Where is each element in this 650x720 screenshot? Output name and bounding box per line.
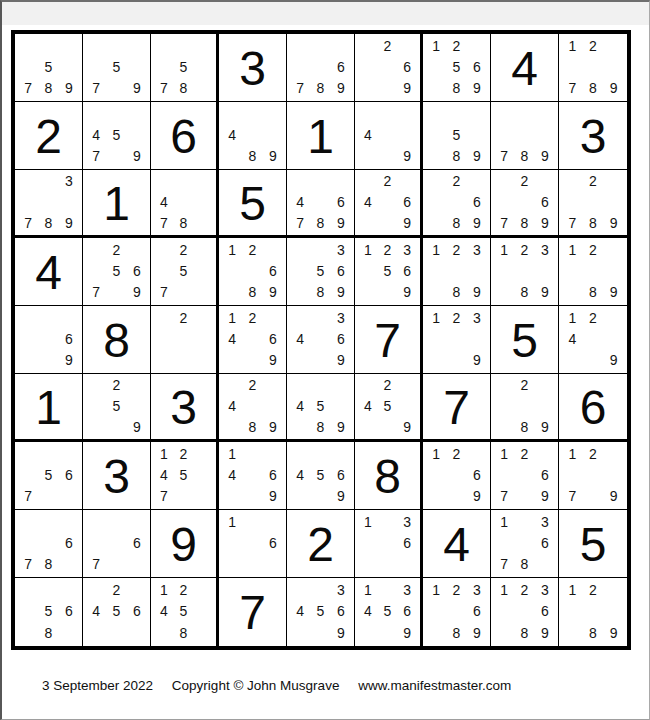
candidate-digit: 1 <box>154 443 174 464</box>
candidate-slot-empty <box>358 212 378 233</box>
cell-r7c1[interactable]: 567 <box>15 442 83 510</box>
cell-r8c7[interactable]: 4 <box>423 510 491 578</box>
candidate-slot-empty <box>154 239 174 260</box>
candidate-slot-empty <box>358 532 378 553</box>
candidate-slot-empty <box>263 124 283 145</box>
candidate-grid: 5789 <box>18 35 79 99</box>
candidate-digit: 2 <box>583 239 604 260</box>
cell-r3c9[interactable]: 2789 <box>559 170 627 238</box>
candidate-digit: 1 <box>426 239 446 260</box>
candidate-slot-empty <box>446 350 466 371</box>
candidate-slot-empty <box>331 35 351 56</box>
candidate-slot-empty <box>397 171 417 192</box>
candidate-slot-empty <box>426 124 446 145</box>
candidate-slot-empty <box>18 464 38 485</box>
cell-r7c8[interactable]: 12679 <box>491 442 559 510</box>
cell-r5c1[interactable]: 69 <box>15 306 83 374</box>
candidate-slot-empty <box>603 192 624 213</box>
candidate-digit: 7 <box>86 146 106 167</box>
cell-r3c1[interactable]: 3789 <box>15 170 83 238</box>
candidate-digit: 9 <box>127 78 147 99</box>
cell-r8c6[interactable]: 136 <box>355 510 423 578</box>
candidate-grid: 1249 <box>562 307 624 371</box>
candidate-slot-empty <box>86 35 106 56</box>
candidate-slot-empty <box>242 260 262 281</box>
candidate-slot-empty <box>193 282 213 303</box>
candidate-slot-empty <box>426 486 446 507</box>
candidate-digit: 9 <box>467 282 487 303</box>
candidate-digit: 3 <box>535 579 555 601</box>
candidate-slot-empty <box>263 554 283 575</box>
candidate-slot-empty <box>446 192 466 213</box>
candidate-slot-empty <box>86 579 106 601</box>
cell-r2c3[interactable]: 6 <box>151 102 219 170</box>
candidate-digit: 7 <box>562 486 583 507</box>
footer-url[interactable]: www.manifestmaster.com <box>358 678 511 693</box>
candidate-digit: 4 <box>358 192 378 213</box>
candidate-slot-empty <box>397 554 417 575</box>
candidate-slot-empty <box>514 103 534 124</box>
candidate-digit: 3 <box>467 579 487 601</box>
candidate-digit: 5 <box>310 601 330 623</box>
cell-r8c2[interactable]: 67 <box>83 510 151 578</box>
candidate-slot-empty <box>310 579 330 601</box>
candidate-digit: 5 <box>446 56 466 77</box>
candidate-slot-empty <box>514 601 534 623</box>
candidate-grid: 4589 <box>290 375 351 437</box>
cell-r4c8[interactable]: 12389 <box>491 238 559 306</box>
candidate-grid: 123689 <box>426 579 487 644</box>
cell-r7c6[interactable]: 8 <box>355 442 423 510</box>
cell-r1c4[interactable]: 3 <box>219 34 287 102</box>
cell-r5c9[interactable]: 1249 <box>559 306 627 374</box>
candidate-slot-empty <box>310 171 330 192</box>
candidate-slot-empty <box>290 443 310 464</box>
candidate-slot-empty <box>86 260 106 281</box>
sudoku-board: 5789579578367892691256894127892457964891… <box>11 30 631 650</box>
candidate-slot-empty <box>562 350 583 371</box>
candidate-digit: 8 <box>242 282 262 303</box>
candidate-slot-empty <box>38 35 58 56</box>
candidate-slot-empty <box>242 124 262 145</box>
candidate-grid: 257 <box>154 239 213 303</box>
candidate-slot-empty <box>331 396 351 417</box>
candidate-grid: 289 <box>494 375 555 437</box>
given-digit: 4 <box>491 34 558 101</box>
candidate-grid: 489 <box>222 103 283 167</box>
candidate-digit: 9 <box>331 282 351 303</box>
candidate-slot-empty <box>446 601 466 623</box>
candidate-grid: 568 <box>18 579 79 644</box>
candidate-slot-empty <box>18 601 38 623</box>
cell-r5c7[interactable]: 1239 <box>423 306 491 374</box>
cell-r4c6[interactable]: 123569 <box>355 238 423 306</box>
candidate-slot-empty <box>242 443 262 464</box>
candidate-digit: 9 <box>331 416 351 437</box>
cell-r2c5[interactable]: 1 <box>287 102 355 170</box>
cell-r9c7[interactable]: 123689 <box>423 578 491 646</box>
cell-r7c2[interactable]: 3 <box>83 442 151 510</box>
candidate-slot-empty <box>562 282 583 303</box>
candidate-slot-empty <box>86 511 106 532</box>
given-digit: 2 <box>15 102 82 169</box>
candidate-digit: 6 <box>331 56 351 77</box>
candidate-slot-empty <box>59 511 79 532</box>
candidate-grid: 46789 <box>290 171 351 233</box>
candidate-grid: 2 <box>154 307 213 371</box>
cell-r3c6[interactable]: 2469 <box>355 170 423 238</box>
cell-r3c2[interactable]: 1 <box>83 170 151 238</box>
cell-r9c5[interactable]: 34569 <box>287 578 355 646</box>
candidate-slot-empty <box>59 56 79 77</box>
cell-r6c5[interactable]: 4589 <box>287 374 355 442</box>
cell-r4c1[interactable]: 4 <box>15 238 83 306</box>
candidate-grid: 4569 <box>290 443 351 507</box>
candidate-digit: 3 <box>535 511 555 532</box>
cell-r7c7[interactable]: 1269 <box>423 442 491 510</box>
candidate-digit: 1 <box>358 579 378 601</box>
cell-r2c4[interactable]: 489 <box>219 102 287 170</box>
cell-r2c7[interactable]: 589 <box>423 102 491 170</box>
candidate-digit: 6 <box>263 328 283 349</box>
candidate-digit: 7 <box>290 78 310 99</box>
candidate-grid: 12458 <box>154 579 213 644</box>
cell-r6c3[interactable]: 3 <box>151 374 219 442</box>
cell-r4c4[interactable]: 12689 <box>219 238 287 306</box>
cell-r7c5[interactable]: 4569 <box>287 442 355 510</box>
candidate-slot-empty <box>263 103 283 124</box>
candidate-slot-empty <box>426 78 446 99</box>
candidate-grid: 26789 <box>494 171 555 233</box>
cell-r2c9[interactable]: 3 <box>559 102 627 170</box>
candidate-slot-empty <box>193 307 213 328</box>
candidate-digit: 6 <box>331 464 351 485</box>
cell-r6c1[interactable]: 1 <box>15 374 83 442</box>
candidate-slot-empty <box>18 579 38 601</box>
cell-r3c4[interactable]: 5 <box>219 170 287 238</box>
candidate-grid: 25679 <box>86 239 147 303</box>
candidate-digit: 8 <box>174 212 194 233</box>
candidate-slot-empty <box>514 192 534 213</box>
cell-r2c8[interactable]: 789 <box>491 102 559 170</box>
candidate-digit: 8 <box>174 78 194 99</box>
cell-r6c4[interactable]: 2489 <box>219 374 287 442</box>
cell-r4c7[interactable]: 12389 <box>423 238 491 306</box>
candidate-slot-empty <box>310 375 330 396</box>
candidate-slot-empty <box>290 579 310 601</box>
candidate-digit: 1 <box>562 35 583 56</box>
candidate-slot-empty <box>38 532 58 553</box>
candidate-slot-empty <box>358 375 378 396</box>
given-digit: 8 <box>355 442 420 509</box>
candidate-slot-empty <box>310 622 330 644</box>
candidate-slot-empty <box>310 350 330 371</box>
candidate-digit: 7 <box>494 486 514 507</box>
candidate-grid: 4579 <box>86 103 147 167</box>
cell-r6c7[interactable]: 7 <box>423 374 491 442</box>
candidate-slot-empty <box>535 554 555 575</box>
candidate-slot-empty <box>310 328 330 349</box>
candidate-slot-empty <box>38 486 58 507</box>
candidate-slot-empty <box>603 328 624 349</box>
candidate-slot-empty <box>603 464 624 485</box>
candidate-slot-empty <box>310 35 330 56</box>
cell-r3c7[interactable]: 2689 <box>423 170 491 238</box>
candidate-slot-empty <box>127 511 147 532</box>
candidate-slot-empty <box>603 56 624 77</box>
candidate-digit: 1 <box>562 239 583 260</box>
candidate-slot-empty <box>222 416 242 437</box>
candidate-digit: 5 <box>310 396 330 417</box>
candidate-digit: 9 <box>127 416 147 437</box>
candidate-slot-empty <box>193 601 213 623</box>
candidate-digit: 9 <box>331 622 351 644</box>
candidate-slot-empty <box>378 146 398 167</box>
candidate-digit: 1 <box>222 511 242 532</box>
candidate-digit: 2 <box>514 375 534 396</box>
cell-r8c4[interactable]: 16 <box>219 510 287 578</box>
candidate-digit: 6 <box>397 192 417 213</box>
candidate-slot-empty <box>59 35 79 56</box>
candidate-slot-empty <box>193 56 213 77</box>
candidate-slot-empty <box>174 350 194 371</box>
candidate-digit: 7 <box>154 212 174 233</box>
cell-r9c8[interactable]: 123689 <box>491 578 559 646</box>
candidate-slot-empty <box>494 396 514 417</box>
cell-r5c3[interactable]: 2 <box>151 306 219 374</box>
candidate-slot-empty <box>446 486 466 507</box>
candidate-digit: 4 <box>290 601 310 623</box>
cell-r7c4[interactable]: 1469 <box>219 442 287 510</box>
cell-r5c5[interactable]: 3469 <box>287 306 355 374</box>
candidate-slot-empty <box>426 56 446 77</box>
candidate-slot-empty <box>494 282 514 303</box>
candidate-digit: 5 <box>378 396 398 417</box>
candidate-digit: 7 <box>494 212 514 233</box>
cell-r5c6[interactable]: 7 <box>355 306 423 374</box>
candidate-slot-empty <box>59 443 79 464</box>
candidate-slot-empty <box>127 579 147 601</box>
candidate-grid: 3789 <box>18 171 79 233</box>
cell-r7c9[interactable]: 1279 <box>559 442 627 510</box>
candidate-grid: 789 <box>494 103 555 167</box>
candidate-slot-empty <box>59 579 79 601</box>
candidate-grid: 13678 <box>494 511 555 575</box>
candidate-slot-empty <box>494 260 514 281</box>
candidate-digit: 8 <box>446 146 466 167</box>
candidate-digit: 9 <box>603 212 624 233</box>
candidate-slot-empty <box>310 192 330 213</box>
candidate-digit: 1 <box>494 443 514 464</box>
given-digit: 8 <box>83 306 150 373</box>
candidate-slot-empty <box>174 171 194 192</box>
cell-r3c3[interactable]: 478 <box>151 170 219 238</box>
candidate-digit: 9 <box>535 282 555 303</box>
candidate-slot-empty <box>378 532 398 553</box>
cell-r5c8[interactable]: 5 <box>491 306 559 374</box>
candidate-slot-empty <box>535 124 555 145</box>
given-digit: 5 <box>219 170 286 235</box>
candidate-slot-empty <box>38 171 58 192</box>
candidate-slot-empty <box>222 260 242 281</box>
candidate-slot-empty <box>535 103 555 124</box>
cell-r1c9[interactable]: 12789 <box>559 34 627 102</box>
cell-r9c1[interactable]: 568 <box>15 578 83 646</box>
cell-r1c2[interactable]: 579 <box>83 34 151 102</box>
candidate-slot-empty <box>290 56 310 77</box>
candidate-slot-empty <box>562 171 583 192</box>
cell-r4c3[interactable]: 257 <box>151 238 219 306</box>
cell-r8c1[interactable]: 678 <box>15 510 83 578</box>
candidate-digit: 8 <box>310 282 330 303</box>
cell-r3c5[interactable]: 46789 <box>287 170 355 238</box>
cell-r8c9[interactable]: 5 <box>559 510 627 578</box>
candidate-digit: 6 <box>331 260 351 281</box>
candidate-slot-empty <box>378 78 398 99</box>
candidate-slot-empty <box>310 56 330 77</box>
cell-r5c2[interactable]: 8 <box>83 306 151 374</box>
cell-r4c2[interactable]: 25679 <box>83 238 151 306</box>
cell-r2c6[interactable]: 49 <box>355 102 423 170</box>
candidate-slot-empty <box>193 260 213 281</box>
candidate-slot-empty <box>358 171 378 192</box>
candidate-digit: 9 <box>603 486 624 507</box>
candidate-digit: 9 <box>59 212 79 233</box>
candidate-digit: 4 <box>562 328 583 349</box>
cell-r2c2[interactable]: 4579 <box>83 102 151 170</box>
candidate-digit: 8 <box>310 212 330 233</box>
candidate-slot-empty <box>310 239 330 260</box>
candidate-digit: 9 <box>331 350 351 371</box>
cell-r8c3[interactable]: 9 <box>151 510 219 578</box>
candidate-slot-empty <box>127 124 147 145</box>
given-digit: 6 <box>151 102 216 169</box>
candidate-digit: 8 <box>583 78 604 99</box>
candidate-digit: 1 <box>562 307 583 328</box>
candidate-digit: 6 <box>59 464 79 485</box>
cell-r4c5[interactable]: 35689 <box>287 238 355 306</box>
candidate-digit: 8 <box>583 212 604 233</box>
candidate-slot-empty <box>358 146 378 167</box>
candidate-digit: 2 <box>514 239 534 260</box>
candidate-slot-empty <box>514 124 534 145</box>
candidate-digit: 2 <box>446 579 466 601</box>
candidate-digit: 6 <box>535 464 555 485</box>
candidate-slot-empty <box>603 307 624 328</box>
candidate-slot-empty <box>263 396 283 417</box>
cell-r8c8[interactable]: 13678 <box>491 510 559 578</box>
cell-r2c1[interactable]: 2 <box>15 102 83 170</box>
candidate-slot-empty <box>514 486 534 507</box>
candidate-slot-empty <box>154 35 174 56</box>
cell-r9c3[interactable]: 12458 <box>151 578 219 646</box>
cell-r7c3[interactable]: 12457 <box>151 442 219 510</box>
candidate-digit: 8 <box>446 622 466 644</box>
candidate-digit: 4 <box>222 328 242 349</box>
candidate-slot-empty <box>358 260 378 281</box>
candidate-slot-empty <box>494 416 514 437</box>
candidate-slot-empty <box>38 328 58 349</box>
candidate-digit: 6 <box>127 601 147 623</box>
candidate-slot-empty <box>193 78 213 99</box>
candidate-digit: 2 <box>583 307 604 328</box>
cell-r6c8[interactable]: 289 <box>491 374 559 442</box>
candidate-digit: 4 <box>154 601 174 623</box>
candidate-digit: 5 <box>378 601 398 623</box>
candidate-digit: 6 <box>331 192 351 213</box>
cell-r1c1[interactable]: 5789 <box>15 34 83 102</box>
cell-r5c4[interactable]: 12469 <box>219 306 287 374</box>
candidate-digit: 1 <box>426 307 446 328</box>
candidate-digit: 9 <box>467 78 487 99</box>
given-digit: 4 <box>423 510 490 577</box>
cell-r1c5[interactable]: 6789 <box>287 34 355 102</box>
candidate-slot-empty <box>222 146 242 167</box>
candidate-slot-empty <box>494 464 514 485</box>
candidate-digit: 8 <box>514 416 534 437</box>
given-digit: 9 <box>151 510 216 577</box>
top-band <box>2 2 649 25</box>
candidate-digit: 7 <box>154 486 174 507</box>
candidate-digit: 8 <box>310 416 330 437</box>
candidate-digit: 2 <box>514 171 534 192</box>
candidate-slot-empty <box>154 56 174 77</box>
cell-r1c7[interactable]: 125689 <box>423 34 491 102</box>
candidate-grid: 34569 <box>290 579 351 644</box>
cell-r9c2[interactable]: 2456 <box>83 578 151 646</box>
candidate-slot-empty <box>290 622 310 644</box>
candidate-slot-empty <box>290 260 310 281</box>
candidate-digit: 9 <box>467 212 487 233</box>
candidate-digit: 9 <box>603 282 624 303</box>
cell-r9c6[interactable]: 134569 <box>355 578 423 646</box>
candidate-digit: 9 <box>397 78 417 99</box>
candidate-digit: 9 <box>59 350 79 371</box>
candidate-slot-empty <box>193 328 213 349</box>
candidate-digit: 1 <box>494 239 514 260</box>
candidate-slot-empty <box>18 328 38 349</box>
candidate-slot-empty <box>446 328 466 349</box>
candidate-digit: 3 <box>331 579 351 601</box>
candidate-slot-empty <box>290 282 310 303</box>
cell-r1c8[interactable]: 4 <box>491 34 559 102</box>
cell-r9c9[interactable]: 1289 <box>559 578 627 646</box>
candidate-slot-empty <box>222 350 242 371</box>
cell-r4c9[interactable]: 1289 <box>559 238 627 306</box>
cell-r6c6[interactable]: 2459 <box>355 374 423 442</box>
candidate-digit: 5 <box>106 124 126 145</box>
candidate-digit: 2 <box>514 443 534 464</box>
candidate-digit: 2 <box>242 375 262 396</box>
candidate-slot-empty <box>426 260 446 281</box>
candidate-slot-empty <box>426 171 446 192</box>
cell-r1c6[interactable]: 269 <box>355 34 423 102</box>
cell-r6c2[interactable]: 259 <box>83 374 151 442</box>
candidate-slot-empty <box>397 396 417 417</box>
cell-r9c4[interactable]: 7 <box>219 578 287 646</box>
cell-r6c9[interactable]: 6 <box>559 374 627 442</box>
candidate-grid: 2689 <box>426 171 487 233</box>
candidate-digit: 7 <box>18 212 38 233</box>
candidate-slot-empty <box>583 260 604 281</box>
cell-r8c5[interactable]: 2 <box>287 510 355 578</box>
cell-r3c8[interactable]: 26789 <box>491 170 559 238</box>
candidate-digit: 9 <box>127 282 147 303</box>
cell-r1c3[interactable]: 578 <box>151 34 219 102</box>
candidate-grid: 579 <box>86 35 147 99</box>
candidate-slot-empty <box>106 532 126 553</box>
given-digit: 6 <box>559 374 627 439</box>
